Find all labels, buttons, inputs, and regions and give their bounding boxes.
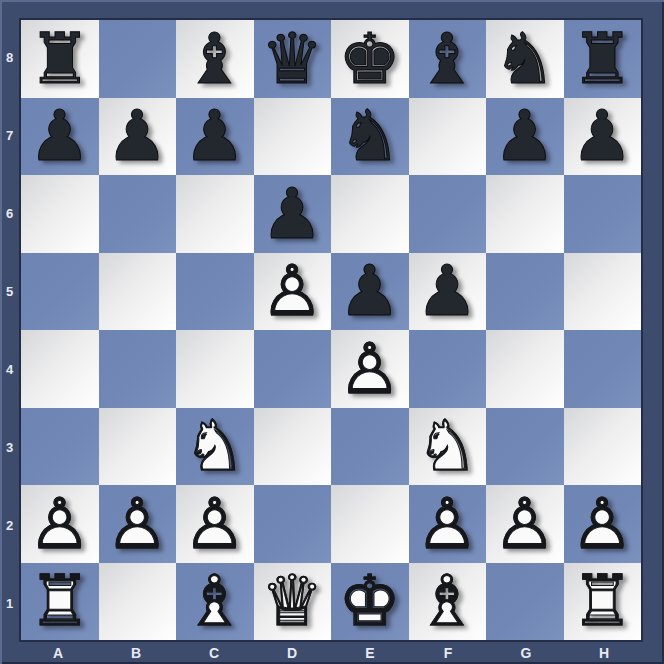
square-e2[interactable] — [331, 485, 409, 563]
chess-board-frame: 87654321 ♜♝♛♚♝♞♜♟♟♟♞♟♟♟♟♙♟♟♟♙♞♘♞♘♟♙♟♙♟♙♟… — [0, 0, 664, 664]
black-rook-glyph: ♜ — [21, 20, 99, 98]
square-f1[interactable]: ♝♗ — [409, 563, 487, 641]
piece-white-pawn-a2[interactable]: ♟♙ — [21, 485, 99, 563]
square-e7[interactable]: ♞ — [331, 98, 409, 176]
piece-white-pawn-e4[interactable]: ♟♙ — [331, 330, 409, 408]
white-pawn-outline-glyph: ♙ — [486, 485, 564, 563]
rank-label-5: 5 — [0, 252, 19, 330]
black-king-glyph: ♚ — [331, 20, 409, 98]
square-b3[interactable] — [99, 408, 177, 486]
piece-black-pawn-h7[interactable]: ♟ — [564, 98, 642, 176]
square-c8[interactable]: ♝ — [176, 20, 254, 98]
square-e1[interactable]: ♚♔ — [331, 563, 409, 641]
square-a2[interactable]: ♟♙ — [21, 485, 99, 563]
piece-white-king-e1[interactable]: ♚♔ — [331, 563, 409, 641]
square-c7[interactable]: ♟ — [176, 98, 254, 176]
piece-white-pawn-f2[interactable]: ♟♙ — [409, 485, 487, 563]
square-a7[interactable]: ♟ — [21, 98, 99, 176]
square-d7[interactable] — [254, 98, 332, 176]
black-queen-glyph: ♛ — [254, 20, 332, 98]
black-pawn-glyph: ♟ — [564, 98, 642, 176]
piece-black-pawn-e5[interactable]: ♟ — [331, 253, 409, 331]
square-h1[interactable]: ♜♖ — [564, 563, 642, 641]
piece-black-rook-a8[interactable]: ♜ — [21, 20, 99, 98]
piece-white-rook-a1[interactable]: ♜♖ — [21, 563, 99, 641]
square-e3[interactable] — [331, 408, 409, 486]
rank-label-8: 8 — [0, 18, 19, 96]
square-g2[interactable]: ♟♙ — [486, 485, 564, 563]
square-h5[interactable] — [564, 253, 642, 331]
piece-black-pawn-a7[interactable]: ♟ — [21, 98, 99, 176]
white-knight-outline-glyph: ♘ — [409, 408, 487, 486]
square-h2[interactable]: ♟♙ — [564, 485, 642, 563]
square-d4[interactable] — [254, 330, 332, 408]
black-pawn-glyph: ♟ — [176, 98, 254, 176]
piece-white-queen-d1[interactable]: ♛♕ — [254, 563, 332, 641]
square-b1[interactable] — [99, 563, 177, 641]
rank-label-7: 7 — [0, 96, 19, 174]
square-g1[interactable] — [486, 563, 564, 641]
square-f8[interactable]: ♝ — [409, 20, 487, 98]
black-knight-glyph: ♞ — [331, 98, 409, 176]
black-pawn-glyph: ♟ — [21, 98, 99, 176]
square-f2[interactable]: ♟♙ — [409, 485, 487, 563]
rank-label-6: 6 — [0, 174, 19, 252]
square-c2[interactable]: ♟♙ — [176, 485, 254, 563]
piece-white-bishop-f1[interactable]: ♝♗ — [409, 563, 487, 641]
chess-board: ♜♝♛♚♝♞♜♟♟♟♞♟♟♟♟♙♟♟♟♙♞♘♞♘♟♙♟♙♟♙♟♙♟♙♟♙♜♖♝♗… — [19, 18, 643, 642]
square-b8[interactable] — [99, 20, 177, 98]
white-pawn-outline-glyph: ♙ — [564, 485, 642, 563]
black-pawn-glyph: ♟ — [331, 253, 409, 331]
file-label-c: C — [175, 642, 253, 664]
piece-black-queen-d8[interactable]: ♛ — [254, 20, 332, 98]
rank-label-3: 3 — [0, 408, 19, 486]
piece-black-pawn-c7[interactable]: ♟ — [176, 98, 254, 176]
piece-black-king-e8[interactable]: ♚ — [331, 20, 409, 98]
file-label-f: F — [409, 642, 487, 664]
white-rook-outline-glyph: ♖ — [564, 563, 642, 641]
square-d2[interactable] — [254, 485, 332, 563]
square-c4[interactable] — [176, 330, 254, 408]
square-a8[interactable]: ♜ — [21, 20, 99, 98]
square-g5[interactable] — [486, 253, 564, 331]
white-pawn-outline-glyph: ♙ — [176, 485, 254, 563]
square-d5[interactable]: ♟♙ — [254, 253, 332, 331]
square-c5[interactable] — [176, 253, 254, 331]
white-pawn-outline-glyph: ♙ — [331, 330, 409, 408]
square-a5[interactable] — [21, 253, 99, 331]
piece-white-pawn-b2[interactable]: ♟♙ — [99, 485, 177, 563]
white-pawn-outline-glyph: ♙ — [254, 253, 332, 331]
square-c6[interactable] — [176, 175, 254, 253]
piece-white-pawn-d5[interactable]: ♟♙ — [254, 253, 332, 331]
square-h3[interactable] — [564, 408, 642, 486]
rank-label-1: 1 — [0, 564, 19, 642]
piece-white-pawn-c2[interactable]: ♟♙ — [176, 485, 254, 563]
square-e6[interactable] — [331, 175, 409, 253]
black-rook-glyph: ♜ — [564, 20, 642, 98]
square-e5[interactable]: ♟ — [331, 253, 409, 331]
square-f4[interactable] — [409, 330, 487, 408]
white-queen-outline-glyph: ♕ — [254, 563, 332, 641]
square-g3[interactable] — [486, 408, 564, 486]
square-h8[interactable]: ♜ — [564, 20, 642, 98]
piece-black-pawn-g7[interactable]: ♟ — [486, 98, 564, 176]
square-b5[interactable] — [99, 253, 177, 331]
square-b7[interactable]: ♟ — [99, 98, 177, 176]
square-b2[interactable]: ♟♙ — [99, 485, 177, 563]
square-h6[interactable] — [564, 175, 642, 253]
black-pawn-glyph: ♟ — [409, 253, 487, 331]
white-knight-outline-glyph: ♘ — [176, 408, 254, 486]
file-label-e: E — [331, 642, 409, 664]
piece-black-knight-e7[interactable]: ♞ — [331, 98, 409, 176]
piece-white-pawn-g2[interactable]: ♟♙ — [486, 485, 564, 563]
rank-label-4: 4 — [0, 330, 19, 408]
black-pawn-glyph: ♟ — [486, 98, 564, 176]
square-b6[interactable] — [99, 175, 177, 253]
file-label-g: G — [487, 642, 565, 664]
square-h4[interactable] — [564, 330, 642, 408]
square-d1[interactable]: ♛♕ — [254, 563, 332, 641]
square-d3[interactable] — [254, 408, 332, 486]
piece-black-knight-g8[interactable]: ♞ — [486, 20, 564, 98]
rank-label-2: 2 — [0, 486, 19, 564]
square-e4[interactable]: ♟♙ — [331, 330, 409, 408]
piece-white-knight-c3[interactable]: ♞♘ — [176, 408, 254, 486]
square-f6[interactable] — [409, 175, 487, 253]
piece-black-bishop-c8[interactable]: ♝ — [176, 20, 254, 98]
piece-white-bishop-c1[interactable]: ♝♗ — [176, 563, 254, 641]
piece-white-knight-f3[interactable]: ♞♘ — [409, 408, 487, 486]
square-d8[interactable]: ♛ — [254, 20, 332, 98]
piece-white-rook-h1[interactable]: ♜♖ — [564, 563, 642, 641]
square-a4[interactable] — [21, 330, 99, 408]
rank-labels: 87654321 — [0, 18, 19, 642]
square-f5[interactable]: ♟ — [409, 253, 487, 331]
white-king-outline-glyph: ♔ — [331, 563, 409, 641]
square-a3[interactable] — [21, 408, 99, 486]
black-bishop-glyph: ♝ — [176, 20, 254, 98]
square-g6[interactable] — [486, 175, 564, 253]
square-f7[interactable] — [409, 98, 487, 176]
square-c3[interactable]: ♞♘ — [176, 408, 254, 486]
black-pawn-glyph: ♟ — [254, 175, 332, 253]
white-bishop-outline-glyph: ♗ — [409, 563, 487, 641]
square-g8[interactable]: ♞ — [486, 20, 564, 98]
piece-black-pawn-d6[interactable]: ♟ — [254, 175, 332, 253]
file-label-h: H — [565, 642, 643, 664]
square-e8[interactable]: ♚ — [331, 20, 409, 98]
square-a6[interactable] — [21, 175, 99, 253]
file-label-d: D — [253, 642, 331, 664]
square-f3[interactable]: ♞♘ — [409, 408, 487, 486]
square-b4[interactable] — [99, 330, 177, 408]
piece-white-pawn-h2[interactable]: ♟♙ — [564, 485, 642, 563]
file-label-a: A — [19, 642, 97, 664]
square-h7[interactable]: ♟ — [564, 98, 642, 176]
piece-black-pawn-f5[interactable]: ♟ — [409, 253, 487, 331]
square-g7[interactable]: ♟ — [486, 98, 564, 176]
white-bishop-outline-glyph: ♗ — [176, 563, 254, 641]
piece-black-bishop-f8[interactable]: ♝ — [409, 20, 487, 98]
black-bishop-glyph: ♝ — [409, 20, 487, 98]
white-pawn-outline-glyph: ♙ — [99, 485, 177, 563]
white-pawn-outline-glyph: ♙ — [21, 485, 99, 563]
file-labels: ABCDEFGH — [19, 642, 643, 664]
piece-black-pawn-b7[interactable]: ♟ — [99, 98, 177, 176]
piece-black-rook-h8[interactable]: ♜ — [564, 20, 642, 98]
white-rook-outline-glyph: ♖ — [21, 563, 99, 641]
square-d6[interactable]: ♟ — [254, 175, 332, 253]
file-label-b: B — [97, 642, 175, 664]
square-g4[interactable] — [486, 330, 564, 408]
black-knight-glyph: ♞ — [486, 20, 564, 98]
square-c1[interactable]: ♝♗ — [176, 563, 254, 641]
black-pawn-glyph: ♟ — [99, 98, 177, 176]
square-a1[interactable]: ♜♖ — [21, 563, 99, 641]
white-pawn-outline-glyph: ♙ — [409, 485, 487, 563]
